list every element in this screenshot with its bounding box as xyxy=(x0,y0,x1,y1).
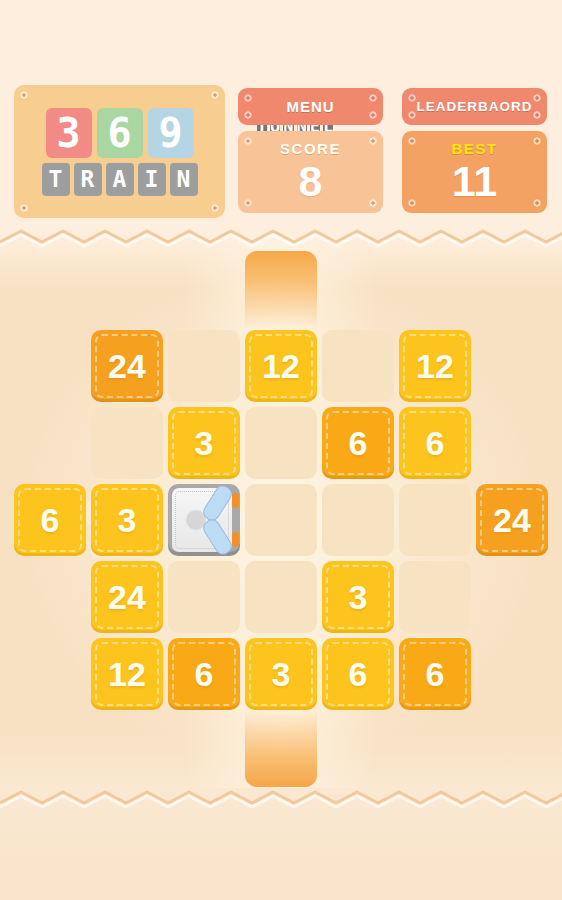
tile-number: 24 xyxy=(108,578,146,617)
logo-letter-i: I xyxy=(138,163,166,196)
empty-cell-r1c2 xyxy=(168,330,240,402)
empty-cell-r3c4 xyxy=(322,484,394,556)
tile-6-r3c0[interactable]: 6 xyxy=(14,484,86,556)
tile-number: 6 xyxy=(195,655,214,694)
tile-6-r2c4[interactable]: 6 xyxy=(322,407,394,479)
tile-6-r5c4[interactable]: 6 xyxy=(322,638,394,710)
tile-number: 3 xyxy=(272,655,291,694)
tile-number: 24 xyxy=(108,347,146,386)
logo-digit-9: 9 xyxy=(148,108,194,158)
tile-6-r5c2[interactable]: 6 xyxy=(168,638,240,710)
tile-number: 6 xyxy=(426,424,445,463)
tile-number: 24 xyxy=(493,501,531,540)
train-coupler-bottom xyxy=(232,532,239,547)
score-value: 8 xyxy=(299,157,323,205)
menu-button[interactable]: MENU xyxy=(238,88,383,125)
empty-cell-r2c3 xyxy=(245,407,317,479)
tile-24-r1c1[interactable]: 24 xyxy=(91,330,163,402)
logo-letter-t: T xyxy=(42,163,70,196)
empty-cell-r2c1 xyxy=(91,407,163,479)
tile-12-r1c3[interactable]: 12 xyxy=(245,330,317,402)
score-label: SCORE xyxy=(280,140,341,157)
tunnel-opening-bottom xyxy=(245,709,317,787)
game-logo-panel: 369 TRAIN TUNNEL xyxy=(14,85,225,218)
tile-3-r3c1[interactable]: 3 xyxy=(91,484,163,556)
best-panel: BEST 11 xyxy=(402,131,547,213)
leaderboard-button[interactable]: LEADERBAORD xyxy=(402,88,547,125)
zigzag-divider-top xyxy=(0,226,562,250)
tile-number: 6 xyxy=(426,655,445,694)
tile-number: 3 xyxy=(118,501,137,540)
tile-number: 3 xyxy=(195,424,214,463)
logo-digit-6: 6 xyxy=(97,108,143,158)
score-panel: SCORE 8 xyxy=(238,131,383,213)
empty-cell-r3c5 xyxy=(399,484,471,556)
empty-cell-r1c4 xyxy=(322,330,394,402)
tile-6-r2c5[interactable]: 6 xyxy=(399,407,471,479)
logo-digit-3: 3 xyxy=(46,108,92,158)
logo-letter-r: R xyxy=(74,163,102,196)
empty-cell-r4c2 xyxy=(168,561,240,633)
tile-number: 12 xyxy=(108,655,146,694)
tile-12-r1c5[interactable]: 12 xyxy=(399,330,471,402)
tunnel-opening-top xyxy=(245,251,317,329)
tile-24-r4c1[interactable]: 24 xyxy=(91,561,163,633)
tile-number: 12 xyxy=(416,347,454,386)
logo-word-train: TRAIN xyxy=(42,163,198,196)
best-label: BEST xyxy=(451,140,497,157)
empty-cell-r4c3 xyxy=(245,561,317,633)
logo-letter-n: N xyxy=(170,163,198,196)
tile-24-r3c6[interactable]: 24 xyxy=(476,484,548,556)
best-value: 11 xyxy=(452,157,497,205)
tile-3-r4c4[interactable]: 3 xyxy=(322,561,394,633)
tile-number: 12 xyxy=(262,347,300,386)
train-car-tile[interactable] xyxy=(168,484,240,556)
tile-3-r5c3[interactable]: 3 xyxy=(245,638,317,710)
tile-3-r2c2[interactable]: 3 xyxy=(168,407,240,479)
train-coupler-top xyxy=(232,493,239,508)
logo-369: 369 xyxy=(46,108,194,158)
empty-cell-r4c5 xyxy=(399,561,471,633)
tile-number: 6 xyxy=(349,655,368,694)
zigzag-divider-bottom xyxy=(0,787,562,811)
tile-number: 6 xyxy=(41,501,60,540)
tile-6-r5c5[interactable]: 6 xyxy=(399,638,471,710)
tile-number: 6 xyxy=(349,424,368,463)
tile-12-r5c1[interactable]: 12 xyxy=(91,638,163,710)
empty-cell-r3c3 xyxy=(245,484,317,556)
tile-number: 3 xyxy=(349,578,368,617)
logo-letter-a: A xyxy=(106,163,134,196)
